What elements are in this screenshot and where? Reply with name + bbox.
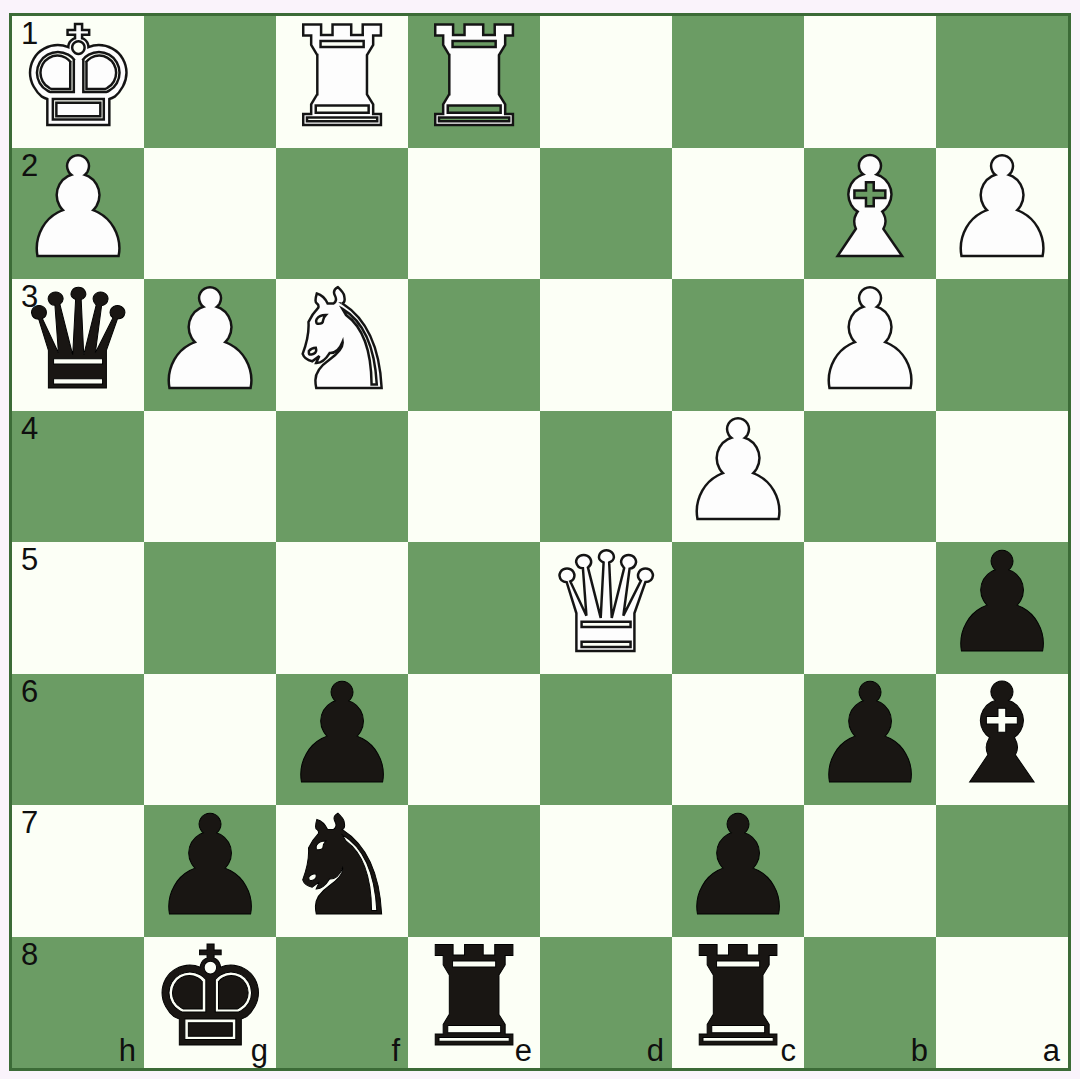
square-f8[interactable]: f — [276, 937, 408, 1069]
piece-black-pawn[interactable]: ♟ — [676, 798, 800, 936]
piece-white-pawn[interactable]: ♟ — [16, 140, 140, 278]
piece-white-pawn[interactable]: ♟ — [148, 272, 272, 410]
square-d5[interactable]: ♛ — [540, 542, 672, 674]
chess-board-frame: 1♚♜♜2♟♝♟3♛♟♞♟4♟5♛♟6♟♟♝7♟♞♟8hg♚fe♜dc♜ba — [9, 13, 1071, 1071]
square-h4[interactable]: 4 — [12, 411, 144, 543]
piece-black-pawn[interactable]: ♟ — [148, 798, 272, 936]
piece-white-pawn[interactable]: ♟ — [940, 140, 1064, 278]
square-g5[interactable] — [144, 542, 276, 674]
piece-black-queen[interactable]: ♛ — [16, 272, 140, 410]
square-h3[interactable]: 3♛ — [12, 279, 144, 411]
square-a2[interactable]: ♟ — [936, 148, 1068, 280]
square-c1[interactable] — [672, 16, 804, 148]
file-label-h: h — [119, 1034, 136, 1068]
square-b6[interactable]: ♟ — [804, 674, 936, 806]
piece-black-rook[interactable]: ♜ — [676, 929, 800, 1067]
square-h5[interactable]: 5 — [12, 542, 144, 674]
rank-label-4: 4 — [21, 412, 38, 446]
square-h6[interactable]: 6 — [12, 674, 144, 806]
chess-board: 1♚♜♜2♟♝♟3♛♟♞♟4♟5♛♟6♟♟♝7♟♞♟8hg♚fe♜dc♜ba — [12, 16, 1068, 1068]
square-d2[interactable] — [540, 148, 672, 280]
file-label-a: a — [1043, 1034, 1060, 1068]
piece-white-bishop[interactable]: ♝ — [808, 140, 932, 278]
piece-white-pawn[interactable]: ♟ — [808, 272, 932, 410]
square-e6[interactable] — [408, 674, 540, 806]
piece-white-knight[interactable]: ♞ — [280, 272, 404, 410]
square-e8[interactable]: e♜ — [408, 937, 540, 1069]
square-a8[interactable]: a — [936, 937, 1068, 1069]
piece-black-rook[interactable]: ♜ — [412, 929, 536, 1067]
square-h7[interactable]: 7 — [12, 805, 144, 937]
piece-black-bishop[interactable]: ♝ — [940, 666, 1064, 804]
file-label-b: b — [911, 1034, 928, 1068]
square-c5[interactable] — [672, 542, 804, 674]
square-g1[interactable] — [144, 16, 276, 148]
square-b4[interactable] — [804, 411, 936, 543]
rank-label-7: 7 — [21, 806, 38, 840]
square-d7[interactable] — [540, 805, 672, 937]
file-label-d: d — [647, 1034, 664, 1068]
piece-white-queen[interactable]: ♛ — [544, 535, 668, 673]
square-f1[interactable]: ♜ — [276, 16, 408, 148]
square-e4[interactable] — [408, 411, 540, 543]
square-f4[interactable] — [276, 411, 408, 543]
square-c8[interactable]: c♜ — [672, 937, 804, 1069]
square-c2[interactable] — [672, 148, 804, 280]
piece-black-pawn[interactable]: ♟ — [940, 535, 1064, 673]
file-label-f: f — [391, 1034, 400, 1068]
piece-white-rook[interactable]: ♜ — [280, 9, 404, 147]
rank-label-8: 8 — [21, 938, 38, 972]
square-b7[interactable] — [804, 805, 936, 937]
piece-black-king[interactable]: ♚ — [148, 929, 272, 1067]
piece-black-pawn[interactable]: ♟ — [808, 666, 932, 804]
square-e3[interactable] — [408, 279, 540, 411]
square-h8[interactable]: 8h — [12, 937, 144, 1069]
square-g8[interactable]: g♚ — [144, 937, 276, 1069]
square-a6[interactable]: ♝ — [936, 674, 1068, 806]
square-g4[interactable] — [144, 411, 276, 543]
square-d6[interactable] — [540, 674, 672, 806]
square-e5[interactable] — [408, 542, 540, 674]
piece-white-pawn[interactable]: ♟ — [676, 403, 800, 541]
square-c4[interactable]: ♟ — [672, 411, 804, 543]
piece-black-knight[interactable]: ♞ — [280, 798, 404, 936]
square-d1[interactable] — [540, 16, 672, 148]
square-g3[interactable]: ♟ — [144, 279, 276, 411]
rank-label-6: 6 — [21, 675, 38, 709]
piece-black-pawn[interactable]: ♟ — [280, 666, 404, 804]
square-e1[interactable]: ♜ — [408, 16, 540, 148]
square-d3[interactable] — [540, 279, 672, 411]
piece-white-king[interactable]: ♚ — [16, 9, 140, 147]
square-a3[interactable] — [936, 279, 1068, 411]
square-f3[interactable]: ♞ — [276, 279, 408, 411]
square-b8[interactable]: b — [804, 937, 936, 1069]
square-b3[interactable]: ♟ — [804, 279, 936, 411]
square-d8[interactable]: d — [540, 937, 672, 1069]
square-a7[interactable] — [936, 805, 1068, 937]
square-e2[interactable] — [408, 148, 540, 280]
square-f7[interactable]: ♞ — [276, 805, 408, 937]
rank-label-5: 5 — [21, 543, 38, 577]
piece-white-rook[interactable]: ♜ — [412, 9, 536, 147]
